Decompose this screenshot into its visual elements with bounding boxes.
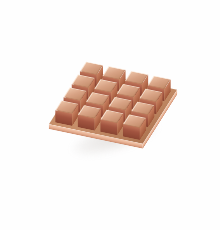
heatsink-pin-r3c0 [55,113,78,126]
pin-front-face [55,110,72,126]
pin-front-face [78,115,95,131]
heatsink-pin-r3c3 [123,127,146,140]
pin-front-face [100,120,117,136]
heatsink-pin-r3c2 [100,122,123,135]
pin-front-face [123,124,140,140]
heatsink-pin-r3c1 [78,117,101,130]
product-photo-scene [0,0,220,230]
